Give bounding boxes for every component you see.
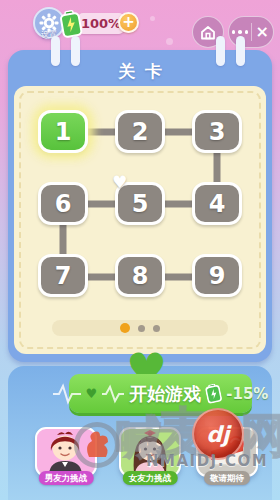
level-tile-2[interactable]: 2	[115, 110, 165, 153]
boy-avatar	[37, 429, 94, 474]
heart-icon: ♥	[112, 172, 127, 192]
page-dot-active	[120, 323, 130, 333]
card-coming-soon[interactable]	[196, 427, 258, 477]
game-screen: 设置 100% + × 关卡 1 2	[0, 0, 280, 500]
add-battery-button[interactable]: +	[118, 12, 139, 33]
bg-bubble	[150, 16, 155, 21]
hanger-peg	[71, 36, 80, 66]
ekg-heart-icon: ♥	[86, 387, 98, 400]
level-tile-4[interactable]: 4	[192, 182, 242, 225]
card-label-girlfriend: 女友力挑战	[123, 471, 178, 485]
page-indicator[interactable]	[52, 320, 228, 336]
level-grid: 1 2 3 6 ♥ 5 4 7 8 9	[38, 110, 242, 297]
level-tile-3[interactable]: 3	[192, 110, 242, 153]
level-tile-1[interactable]: 1	[38, 110, 88, 153]
page-dot	[153, 325, 160, 332]
battery-cost-icon	[204, 383, 223, 405]
ekg-line-icon	[53, 382, 81, 406]
hanger-peg	[216, 36, 225, 66]
level-tile-7[interactable]: 7	[38, 254, 88, 297]
level-tile-9[interactable]: 9	[192, 254, 242, 297]
battery-cost-label: -15%	[226, 385, 268, 403]
level-tile-5[interactable]: ♥ 5	[115, 182, 165, 225]
card-boyfriend-challenge[interactable]	[35, 427, 97, 477]
page-title: 关卡	[8, 60, 272, 83]
level-tile-8[interactable]: 8	[115, 254, 165, 297]
battery-icon	[58, 8, 85, 39]
card-girlfriend-challenge[interactable]	[119, 427, 181, 477]
ekg-line-icon	[102, 382, 124, 406]
hanger-peg	[51, 36, 60, 66]
close-button[interactable]: ×	[252, 24, 274, 40]
coming-soon-icon	[198, 429, 255, 474]
more-button[interactable]	[229, 30, 251, 34]
page-dot	[138, 325, 145, 332]
start-game-button[interactable]: ♥ 开始游戏 -15%	[69, 374, 252, 413]
level-tile-6[interactable]: 6	[38, 182, 88, 225]
start-game-label: 开始游戏	[129, 382, 201, 406]
wechat-capsule: ×	[228, 16, 274, 48]
bottom-panel: ♥ ♥ 开始游戏 -15%	[8, 366, 272, 500]
hanger-peg	[236, 36, 245, 66]
girl-avatar	[121, 429, 179, 474]
home-icon	[199, 24, 217, 41]
card-label-boyfriend: 男友力挑战	[39, 471, 94, 485]
card-label-coming-soon: 敬请期待	[204, 471, 250, 485]
bg-bubble	[166, 38, 173, 45]
